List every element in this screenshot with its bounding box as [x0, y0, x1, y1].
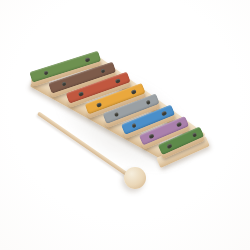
bar-pin-dot: [176, 121, 182, 127]
bar-pin-dot: [131, 89, 137, 95]
bar-pin-dot: [113, 111, 119, 117]
bar-pin-dot: [61, 81, 67, 87]
bar-pin-dot: [145, 99, 151, 105]
bar-pin-dot: [148, 133, 154, 139]
bar-pin-dot: [115, 78, 121, 84]
bar-pin-dot: [78, 91, 84, 97]
product-photo: [0, 0, 250, 250]
bar-pin-dot: [43, 70, 49, 76]
bar-pin-dot: [191, 132, 197, 138]
bar-pin-dot: [84, 57, 90, 63]
mallet-ball: [124, 167, 146, 189]
bar-pin-dot: [100, 68, 106, 74]
bar-pin-dot: [131, 122, 137, 128]
bar-pin-dot: [96, 102, 102, 108]
bar-pin-dot: [166, 143, 172, 149]
bar-pin-dot: [161, 110, 167, 116]
